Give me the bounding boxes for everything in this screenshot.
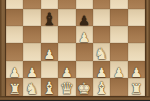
square-f5[interactable]: [93, 9, 110, 26]
square-h1[interactable]: ♜: [128, 78, 145, 95]
square-d2[interactable]: ♟: [58, 61, 75, 78]
square-d4[interactable]: [58, 26, 75, 43]
square-e5[interactable]: ♟: [76, 9, 93, 26]
piece-white-rook[interactable]: ♜: [8, 83, 21, 96]
piece-black-bishop[interactable]: ♝: [42, 11, 57, 27]
square-g6[interactable]: [110, 0, 127, 9]
piece-white-pawn[interactable]: ♟: [61, 67, 73, 79]
piece-black-pawn[interactable]: ♟: [78, 15, 90, 27]
piece-white-pawn[interactable]: ♟: [9, 67, 21, 79]
square-h2[interactable]: ♟: [128, 61, 145, 78]
board-frame-right: [145, 0, 150, 100]
piece-white-queen[interactable]: ♛: [60, 81, 74, 96]
square-a1[interactable]: ♜: [6, 78, 23, 95]
square-g1[interactable]: [110, 78, 127, 95]
square-c5[interactable]: ♝: [41, 9, 58, 26]
square-g3[interactable]: [110, 43, 127, 60]
piece-white-knight[interactable]: ♞: [95, 47, 109, 62]
square-c6[interactable]: [41, 0, 58, 9]
piece-white-pawn[interactable]: ♟: [96, 67, 108, 79]
square-c1[interactable]: ♝: [41, 78, 58, 95]
piece-white-knight[interactable]: ♞: [25, 82, 39, 97]
board-frame-bottom: [0, 96, 150, 101]
square-d3[interactable]: [58, 43, 75, 60]
square-g4[interactable]: [110, 26, 127, 43]
square-h3[interactable]: [128, 43, 145, 60]
square-b1[interactable]: ♞: [23, 78, 40, 95]
square-h6[interactable]: [128, 0, 145, 9]
square-g2[interactable]: ♟: [110, 61, 127, 78]
piece-white-king[interactable]: ♚: [77, 81, 91, 96]
piece-white-rook[interactable]: ♜: [130, 83, 143, 96]
square-b4[interactable]: [23, 26, 40, 43]
piece-white-bishop[interactable]: ♝: [94, 80, 109, 96]
piece-white-pawn[interactable]: ♟: [26, 67, 38, 79]
square-f1[interactable]: ♝: [93, 78, 110, 95]
square-h5[interactable]: [128, 9, 145, 26]
piece-white-pawn[interactable]: ♟: [113, 67, 125, 79]
square-f2[interactable]: ♟: [93, 61, 110, 78]
square-c2[interactable]: [41, 61, 58, 78]
square-d5[interactable]: [58, 9, 75, 26]
square-e6[interactable]: [76, 0, 93, 9]
square-a3[interactable]: [6, 43, 23, 60]
piece-white-pawn[interactable]: ♟: [78, 32, 90, 44]
piece-white-bishop[interactable]: ♝: [42, 80, 57, 96]
square-d1[interactable]: ♛: [58, 78, 75, 95]
piece-white-pawn[interactable]: ♟: [44, 49, 56, 61]
square-b2[interactable]: ♟: [23, 61, 40, 78]
square-c3[interactable]: ♟: [41, 43, 58, 60]
square-f6[interactable]: [93, 0, 110, 9]
square-f4[interactable]: [93, 26, 110, 43]
square-e4[interactable]: ♟: [76, 26, 93, 43]
square-b3[interactable]: [23, 43, 40, 60]
square-g5[interactable]: [110, 9, 127, 26]
chess-board: ♝♟♟♟♞♟♟♟♟♟♟♜♞♝♛♚♝♜: [6, 0, 145, 96]
square-a6[interactable]: [6, 0, 23, 9]
square-e2[interactable]: [76, 61, 93, 78]
square-h4[interactable]: [128, 26, 145, 43]
chess-app-viewport: ♝♟♟♟♞♟♟♟♟♟♟♜♞♝♛♚♝♜: [0, 0, 150, 100]
square-f3[interactable]: ♞: [93, 43, 110, 60]
square-b6[interactable]: [23, 0, 40, 9]
square-a4[interactable]: [6, 26, 23, 43]
piece-white-pawn[interactable]: ♟: [130, 67, 142, 79]
square-b5[interactable]: [23, 9, 40, 26]
square-e3[interactable]: [76, 43, 93, 60]
square-e1[interactable]: ♚: [76, 78, 93, 95]
square-d6[interactable]: [58, 0, 75, 9]
square-a5[interactable]: [6, 9, 23, 26]
square-a2[interactable]: ♟: [6, 61, 23, 78]
